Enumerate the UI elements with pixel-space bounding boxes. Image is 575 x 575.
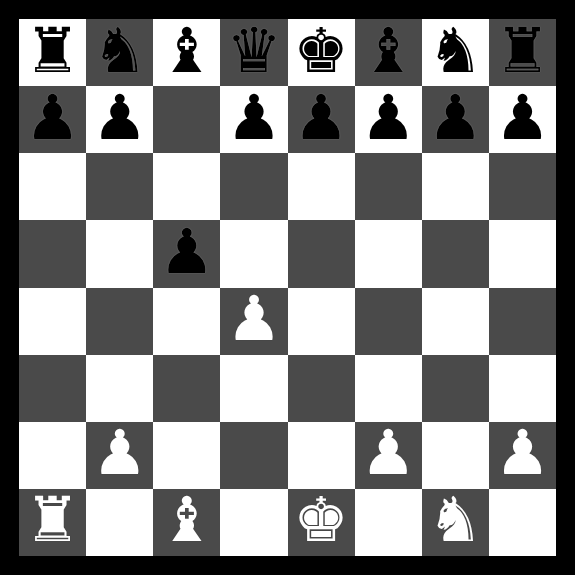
piece-white-knight[interactable]: ♞ xyxy=(428,489,484,551)
square-a7[interactable]: ♟ xyxy=(19,86,86,153)
square-b1[interactable] xyxy=(86,489,153,556)
square-c1[interactable]: ♝ xyxy=(153,489,220,556)
square-d1[interactable] xyxy=(220,489,287,556)
square-a1[interactable]: ♜ xyxy=(19,489,86,556)
square-f7[interactable]: ♟ xyxy=(355,86,422,153)
square-d8[interactable]: ♛ xyxy=(220,19,287,86)
square-f4[interactable] xyxy=(355,288,422,355)
square-c2[interactable] xyxy=(153,422,220,489)
square-a6[interactable] xyxy=(19,153,86,220)
piece-black-pawn[interactable]: ♟ xyxy=(428,87,484,149)
square-b7[interactable]: ♟ xyxy=(86,86,153,153)
piece-white-pawn[interactable]: ♟ xyxy=(495,422,551,484)
square-d2[interactable] xyxy=(220,422,287,489)
square-h6[interactable] xyxy=(489,153,556,220)
square-f8[interactable]: ♝ xyxy=(355,19,422,86)
square-h8[interactable]: ♜ xyxy=(489,19,556,86)
chess-board-frame: ♜♞♝♛♚♝♞♜♟♟♟♟♟♟♟♟♟♟♟♟♜♝♚♞ xyxy=(0,0,575,575)
square-h1[interactable] xyxy=(489,489,556,556)
square-b8[interactable]: ♞ xyxy=(86,19,153,86)
piece-black-pawn[interactable]: ♟ xyxy=(159,221,215,283)
piece-black-rook[interactable]: ♜ xyxy=(25,20,81,82)
square-g7[interactable]: ♟ xyxy=(422,86,489,153)
square-c5[interactable]: ♟ xyxy=(153,220,220,287)
square-e1[interactable]: ♚ xyxy=(288,489,355,556)
square-b6[interactable] xyxy=(86,153,153,220)
square-h3[interactable] xyxy=(489,355,556,422)
square-g5[interactable] xyxy=(422,220,489,287)
square-d6[interactable] xyxy=(220,153,287,220)
piece-white-bishop[interactable]: ♝ xyxy=(159,489,215,551)
square-f1[interactable] xyxy=(355,489,422,556)
piece-black-pawn[interactable]: ♟ xyxy=(25,87,81,149)
square-c3[interactable] xyxy=(153,355,220,422)
square-e4[interactable] xyxy=(288,288,355,355)
piece-black-knight[interactable]: ♞ xyxy=(428,20,484,82)
piece-white-rook[interactable]: ♜ xyxy=(25,489,81,551)
square-a5[interactable] xyxy=(19,220,86,287)
square-f2[interactable]: ♟ xyxy=(355,422,422,489)
piece-black-pawn[interactable]: ♟ xyxy=(293,87,349,149)
square-g8[interactable]: ♞ xyxy=(422,19,489,86)
square-f5[interactable] xyxy=(355,220,422,287)
square-b4[interactable] xyxy=(86,288,153,355)
square-g6[interactable] xyxy=(422,153,489,220)
square-a8[interactable]: ♜ xyxy=(19,19,86,86)
square-a2[interactable] xyxy=(19,422,86,489)
square-h4[interactable] xyxy=(489,288,556,355)
square-e2[interactable] xyxy=(288,422,355,489)
square-g2[interactable] xyxy=(422,422,489,489)
square-h2[interactable]: ♟ xyxy=(489,422,556,489)
square-b3[interactable] xyxy=(86,355,153,422)
piece-black-bishop[interactable]: ♝ xyxy=(360,20,416,82)
square-f6[interactable] xyxy=(355,153,422,220)
piece-white-pawn[interactable]: ♟ xyxy=(360,422,416,484)
square-c4[interactable] xyxy=(153,288,220,355)
square-e7[interactable]: ♟ xyxy=(288,86,355,153)
piece-black-bishop[interactable]: ♝ xyxy=(159,20,215,82)
piece-black-pawn[interactable]: ♟ xyxy=(360,87,416,149)
piece-black-queen[interactable]: ♛ xyxy=(226,20,282,82)
piece-black-pawn[interactable]: ♟ xyxy=(226,87,282,149)
square-h7[interactable]: ♟ xyxy=(489,86,556,153)
square-d3[interactable] xyxy=(220,355,287,422)
piece-white-king[interactable]: ♚ xyxy=(293,489,349,551)
piece-black-king[interactable]: ♚ xyxy=(293,20,349,82)
square-g3[interactable] xyxy=(422,355,489,422)
piece-black-knight[interactable]: ♞ xyxy=(92,20,148,82)
square-b2[interactable]: ♟ xyxy=(86,422,153,489)
square-c7[interactable] xyxy=(153,86,220,153)
square-c6[interactable] xyxy=(153,153,220,220)
square-g1[interactable]: ♞ xyxy=(422,489,489,556)
piece-black-pawn[interactable]: ♟ xyxy=(92,87,148,149)
chess-board: ♜♞♝♛♚♝♞♜♟♟♟♟♟♟♟♟♟♟♟♟♜♝♚♞ xyxy=(19,19,556,556)
square-f3[interactable] xyxy=(355,355,422,422)
square-e3[interactable] xyxy=(288,355,355,422)
square-a4[interactable] xyxy=(19,288,86,355)
piece-white-pawn[interactable]: ♟ xyxy=(92,422,148,484)
square-e8[interactable]: ♚ xyxy=(288,19,355,86)
square-g4[interactable] xyxy=(422,288,489,355)
square-e5[interactable] xyxy=(288,220,355,287)
square-d4[interactable]: ♟ xyxy=(220,288,287,355)
square-c8[interactable]: ♝ xyxy=(153,19,220,86)
piece-white-pawn[interactable]: ♟ xyxy=(226,288,282,350)
piece-black-pawn[interactable]: ♟ xyxy=(495,87,551,149)
square-d5[interactable] xyxy=(220,220,287,287)
square-d7[interactable]: ♟ xyxy=(220,86,287,153)
piece-black-rook[interactable]: ♜ xyxy=(495,20,551,82)
square-h5[interactable] xyxy=(489,220,556,287)
square-b5[interactable] xyxy=(86,220,153,287)
square-e6[interactable] xyxy=(288,153,355,220)
square-a3[interactable] xyxy=(19,355,86,422)
